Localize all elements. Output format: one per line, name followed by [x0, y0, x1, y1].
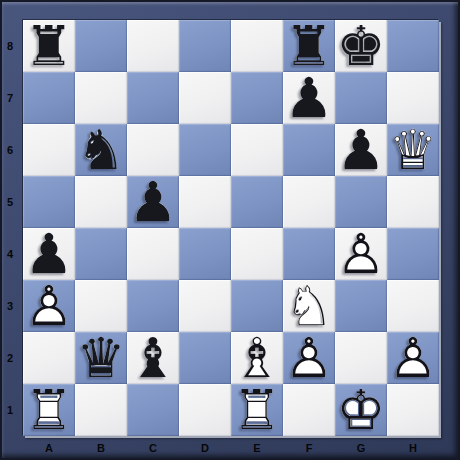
white-pawn-a3[interactable]: ♟♙: [23, 280, 75, 332]
file-label-c: C: [127, 436, 179, 456]
black-pawn-c5[interactable]: ♙♟: [127, 176, 179, 228]
board: ♖♜♖♜♔♚♙♟♘♞♙♟♛♕♙♟♙♟♟♙♟♙♞♘♕♛♗♝♝♗♟♙♟♙♜♖♜♖♚♔: [23, 20, 439, 436]
square-b7[interactable]: [75, 72, 127, 124]
square-d1[interactable]: [179, 384, 231, 436]
white-king-icon-detail: ♔: [335, 384, 387, 436]
square-h4[interactable]: [387, 228, 439, 280]
rank-label-7: 7: [0, 72, 23, 124]
square-e2[interactable]: ♝♗: [231, 332, 283, 384]
white-bishop-e2[interactable]: ♝♗: [231, 332, 283, 384]
black-knight-icon-detail: ♞: [75, 124, 127, 176]
white-king-g1[interactable]: ♚♔: [335, 384, 387, 436]
black-bishop-icon-detail: ♝: [127, 332, 179, 384]
rank-label-1: 1: [0, 384, 23, 436]
square-b6[interactable]: ♘♞: [75, 124, 127, 176]
square-g2[interactable]: [335, 332, 387, 384]
square-d4[interactable]: [179, 228, 231, 280]
white-rook-a1[interactable]: ♜♖: [23, 384, 75, 436]
square-d2[interactable]: [179, 332, 231, 384]
chess-diagram: 87654321 ABCDEFGH ♖♜♖♜♔♚♙♟♘♞♙♟♛♕♙♟♙♟♟♙♟♙…: [0, 0, 460, 460]
rank-label-8: 8: [0, 20, 23, 72]
square-g4[interactable]: ♟♙: [335, 228, 387, 280]
white-queen-icon-detail: ♕: [387, 124, 439, 176]
black-king-icon-detail: ♚: [335, 20, 387, 72]
file-label-d: D: [179, 436, 231, 456]
black-pawn-g6[interactable]: ♙♟: [335, 124, 387, 176]
square-h2[interactable]: ♟♙: [387, 332, 439, 384]
square-d3[interactable]: [179, 280, 231, 332]
file-label-f: F: [283, 436, 335, 456]
white-rook-icon-detail: ♖: [231, 384, 283, 436]
square-h3[interactable]: [387, 280, 439, 332]
square-h6[interactable]: ♛♕: [387, 124, 439, 176]
square-g3[interactable]: [335, 280, 387, 332]
square-h1[interactable]: [387, 384, 439, 436]
black-pawn-icon-detail: ♟: [23, 228, 75, 280]
white-pawn-icon-detail: ♙: [335, 228, 387, 280]
white-knight-f3[interactable]: ♞♘: [283, 280, 335, 332]
black-rook-icon-detail: ♜: [283, 20, 335, 72]
square-e8[interactable]: [231, 20, 283, 72]
file-label-b: B: [75, 436, 127, 456]
rank-label-3: 3: [0, 280, 23, 332]
square-c8[interactable]: [127, 20, 179, 72]
black-pawn-f7[interactable]: ♙♟: [283, 72, 335, 124]
white-pawn-h2[interactable]: ♟♙: [387, 332, 439, 384]
square-e7[interactable]: [231, 72, 283, 124]
square-a6[interactable]: [23, 124, 75, 176]
square-f3[interactable]: ♞♘: [283, 280, 335, 332]
square-a5[interactable]: [23, 176, 75, 228]
square-e3[interactable]: [231, 280, 283, 332]
white-queen-h6[interactable]: ♛♕: [387, 124, 439, 176]
square-c1[interactable]: [127, 384, 179, 436]
black-pawn-icon-detail: ♟: [335, 124, 387, 176]
square-f6[interactable]: [283, 124, 335, 176]
rank-label-6: 6: [0, 124, 23, 176]
square-b4[interactable]: [75, 228, 127, 280]
white-knight-icon-detail: ♘: [283, 280, 335, 332]
black-bishop-c2[interactable]: ♗♝: [127, 332, 179, 384]
square-d7[interactable]: [179, 72, 231, 124]
square-b8[interactable]: [75, 20, 127, 72]
square-b2[interactable]: ♕♛: [75, 332, 127, 384]
square-f2[interactable]: ♟♙: [283, 332, 335, 384]
black-king-g8[interactable]: ♔♚: [335, 20, 387, 72]
square-h7[interactable]: [387, 72, 439, 124]
square-a4[interactable]: ♙♟: [23, 228, 75, 280]
white-pawn-g4[interactable]: ♟♙: [335, 228, 387, 280]
square-e4[interactable]: [231, 228, 283, 280]
square-c6[interactable]: [127, 124, 179, 176]
square-f4[interactable]: [283, 228, 335, 280]
square-a3[interactable]: ♟♙: [23, 280, 75, 332]
square-a8[interactable]: ♖♜: [23, 20, 75, 72]
white-pawn-icon-detail: ♙: [387, 332, 439, 384]
square-d8[interactable]: [179, 20, 231, 72]
white-pawn-icon-detail: ♙: [23, 280, 75, 332]
black-pawn-a4[interactable]: ♙♟: [23, 228, 75, 280]
square-b1[interactable]: [75, 384, 127, 436]
square-a2[interactable]: [23, 332, 75, 384]
square-f5[interactable]: [283, 176, 335, 228]
white-rook-icon-detail: ♖: [23, 384, 75, 436]
square-g6[interactable]: ♙♟: [335, 124, 387, 176]
file-label-h: H: [387, 436, 439, 456]
square-h8[interactable]: [387, 20, 439, 72]
square-c4[interactable]: [127, 228, 179, 280]
black-rook-a8[interactable]: ♖♜: [23, 20, 75, 72]
square-d6[interactable]: [179, 124, 231, 176]
square-c7[interactable]: [127, 72, 179, 124]
square-f8[interactable]: ♖♜: [283, 20, 335, 72]
white-bishop-icon-detail: ♗: [231, 332, 283, 384]
square-e6[interactable]: [231, 124, 283, 176]
rank-label-5: 5: [0, 176, 23, 228]
square-g7[interactable]: [335, 72, 387, 124]
square-b3[interactable]: [75, 280, 127, 332]
square-c2[interactable]: ♗♝: [127, 332, 179, 384]
black-knight-b6[interactable]: ♘♞: [75, 124, 127, 176]
square-d5[interactable]: [179, 176, 231, 228]
white-pawn-icon-detail: ♙: [283, 332, 335, 384]
square-h5[interactable]: [387, 176, 439, 228]
white-pawn-f2[interactable]: ♟♙: [283, 332, 335, 384]
black-pawn-icon-detail: ♟: [127, 176, 179, 228]
rank-label-2: 2: [0, 332, 23, 384]
white-rook-e1[interactable]: ♜♖: [231, 384, 283, 436]
black-queen-b2[interactable]: ♕♛: [75, 332, 127, 384]
black-rook-f8[interactable]: ♖♜: [283, 20, 335, 72]
square-e5[interactable]: [231, 176, 283, 228]
square-c5[interactable]: ♙♟: [127, 176, 179, 228]
square-b5[interactable]: [75, 176, 127, 228]
square-a1[interactable]: ♜♖: [23, 384, 75, 436]
rank-labels: 87654321: [0, 20, 23, 436]
square-g1[interactable]: ♚♔: [335, 384, 387, 436]
square-g8[interactable]: ♔♚: [335, 20, 387, 72]
black-pawn-icon-detail: ♟: [283, 72, 335, 124]
square-e1[interactable]: ♜♖: [231, 384, 283, 436]
rank-label-4: 4: [0, 228, 23, 280]
square-g5[interactable]: [335, 176, 387, 228]
black-rook-icon-detail: ♜: [23, 20, 75, 72]
square-f1[interactable]: [283, 384, 335, 436]
square-a7[interactable]: [23, 72, 75, 124]
square-c3[interactable]: [127, 280, 179, 332]
square-f7[interactable]: ♙♟: [283, 72, 335, 124]
black-queen-icon-detail: ♛: [75, 332, 127, 384]
